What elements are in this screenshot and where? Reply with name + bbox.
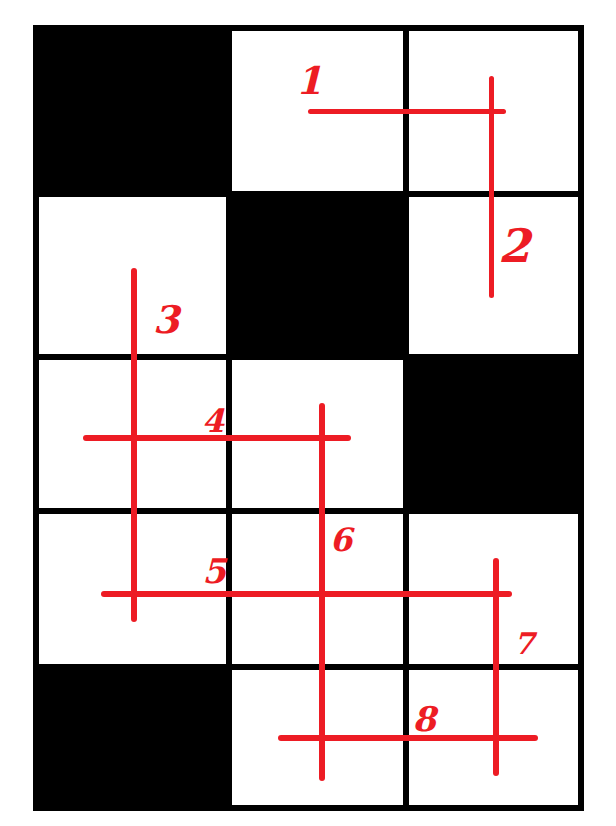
blocked-cell-r1c1 (39, 31, 226, 191)
crossword-canvas: 12345678 (0, 0, 616, 826)
blocked-cell-r5c1 (39, 670, 226, 805)
open-cell-r4c2[interactable] (232, 514, 403, 664)
open-cell-r5c3[interactable] (409, 670, 578, 805)
open-cell-r1c2[interactable] (232, 31, 403, 191)
open-cell-r2c3[interactable] (409, 197, 578, 354)
open-cell-r4c3[interactable] (409, 514, 578, 664)
open-cell-r3c1[interactable] (39, 360, 226, 508)
open-cell-r2c1[interactable] (39, 197, 226, 354)
open-cell-r4c1[interactable] (39, 514, 226, 664)
open-cell-r1c3[interactable] (409, 31, 578, 191)
crossword-board (33, 25, 584, 811)
open-cell-r3c2[interactable] (232, 360, 403, 508)
blocked-cell-r3c3 (409, 360, 578, 508)
blocked-cell-r2c2 (232, 197, 403, 354)
open-cell-r5c2[interactable] (232, 670, 403, 805)
